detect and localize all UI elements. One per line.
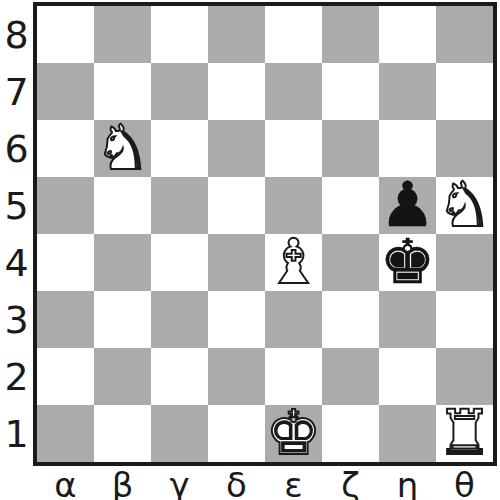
- file-label-γ: γ: [151, 466, 208, 500]
- square-θ3[interactable]: [436, 291, 493, 348]
- square-η2[interactable]: [379, 348, 436, 405]
- square-α2[interactable]: [37, 348, 94, 405]
- piece-white-king[interactable]: ♚: [266, 402, 322, 464]
- square-δ8[interactable]: [208, 6, 265, 63]
- rank-labels: 87654321: [0, 2, 33, 462]
- rank-label-4: 4: [0, 234, 33, 291]
- rank-label-7: 7: [0, 63, 33, 120]
- rank-label-1: 1: [0, 405, 33, 462]
- square-β5[interactable]: [94, 177, 151, 234]
- square-ζ3[interactable]: [322, 291, 379, 348]
- file-label-ε: ε: [265, 466, 322, 500]
- square-ζ8[interactable]: [322, 6, 379, 63]
- rank-label-8: 8: [0, 6, 33, 63]
- square-ε8[interactable]: [265, 6, 322, 63]
- square-δ4[interactable]: [208, 234, 265, 291]
- square-γ6[interactable]: [151, 120, 208, 177]
- rank-label-2: 2: [0, 348, 33, 405]
- square-β6[interactable]: ♞: [94, 120, 151, 177]
- chess-board: ♞♟♞♝♚♚♜: [33, 2, 497, 466]
- piece-white-knight[interactable]: ♞: [95, 117, 151, 179]
- square-γ5[interactable]: [151, 177, 208, 234]
- file-label-η: η: [379, 466, 436, 500]
- piece-white-knight[interactable]: ♞: [437, 174, 493, 236]
- file-label-ζ: ζ: [322, 466, 379, 500]
- square-η4[interactable]: ♚: [379, 234, 436, 291]
- square-δ6[interactable]: [208, 120, 265, 177]
- square-ζ2[interactable]: [322, 348, 379, 405]
- square-β4[interactable]: [94, 234, 151, 291]
- square-α3[interactable]: [37, 291, 94, 348]
- square-α1[interactable]: [37, 405, 94, 462]
- square-α7[interactable]: [37, 63, 94, 120]
- square-α4[interactable]: [37, 234, 94, 291]
- square-β2[interactable]: [94, 348, 151, 405]
- piece-white-rook[interactable]: ♜: [437, 402, 493, 464]
- square-θ1[interactable]: ♜: [436, 405, 493, 462]
- square-γ3[interactable]: [151, 291, 208, 348]
- square-α5[interactable]: [37, 177, 94, 234]
- square-ζ7[interactable]: [322, 63, 379, 120]
- square-γ1[interactable]: [151, 405, 208, 462]
- square-ε7[interactable]: [265, 63, 322, 120]
- square-α8[interactable]: [37, 6, 94, 63]
- square-ε6[interactable]: [265, 120, 322, 177]
- square-γ8[interactable]: [151, 6, 208, 63]
- square-ζ4[interactable]: [322, 234, 379, 291]
- square-α6[interactable]: [37, 120, 94, 177]
- square-ζ5[interactable]: [322, 177, 379, 234]
- square-γ7[interactable]: [151, 63, 208, 120]
- file-label-δ: δ: [208, 466, 265, 500]
- square-θ4[interactable]: [436, 234, 493, 291]
- square-β1[interactable]: [94, 405, 151, 462]
- file-labels: αβγδεζηθ: [37, 466, 493, 500]
- rank-label-5: 5: [0, 177, 33, 234]
- square-β8[interactable]: [94, 6, 151, 63]
- square-γ2[interactable]: [151, 348, 208, 405]
- file-label-α: α: [37, 466, 94, 500]
- square-δ1[interactable]: [208, 405, 265, 462]
- square-θ5[interactable]: ♞: [436, 177, 493, 234]
- square-δ7[interactable]: [208, 63, 265, 120]
- square-β3[interactable]: [94, 291, 151, 348]
- square-δ3[interactable]: [208, 291, 265, 348]
- rank-label-6: 6: [0, 120, 33, 177]
- square-ζ6[interactable]: [322, 120, 379, 177]
- square-ε4[interactable]: ♝: [265, 234, 322, 291]
- square-δ5[interactable]: [208, 177, 265, 234]
- square-δ2[interactable]: [208, 348, 265, 405]
- square-η7[interactable]: [379, 63, 436, 120]
- piece-black-king[interactable]: ♚: [380, 231, 436, 293]
- square-η8[interactable]: [379, 6, 436, 63]
- square-ζ1[interactable]: [322, 405, 379, 462]
- file-label-β: β: [94, 466, 151, 500]
- piece-white-bishop[interactable]: ♝: [266, 231, 322, 293]
- chess-diagram: 87654321 ♞♟♞♝♚♚♜ αβγδεζηθ: [0, 0, 500, 500]
- square-η1[interactable]: [379, 405, 436, 462]
- square-ε1[interactable]: ♚: [265, 405, 322, 462]
- square-θ8[interactable]: [436, 6, 493, 63]
- rank-label-3: 3: [0, 291, 33, 348]
- square-ε3[interactable]: [265, 291, 322, 348]
- square-θ7[interactable]: [436, 63, 493, 120]
- file-label-θ: θ: [436, 466, 493, 500]
- square-γ4[interactable]: [151, 234, 208, 291]
- square-η3[interactable]: [379, 291, 436, 348]
